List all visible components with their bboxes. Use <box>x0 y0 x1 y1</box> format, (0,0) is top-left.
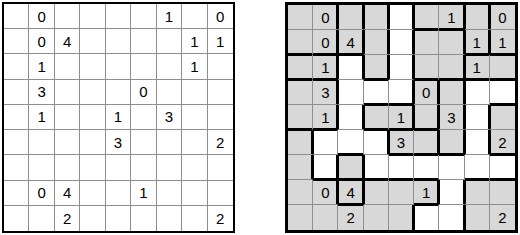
solution-cell-r7c8 <box>465 155 490 180</box>
solution-cell-r7c1 <box>288 155 313 180</box>
clue-number: 1 <box>37 59 45 74</box>
cell-r1c8[interactable] <box>182 4 207 29</box>
cell-r8c2[interactable]: 0 <box>29 181 54 206</box>
solution-cell-r9c1 <box>288 205 313 230</box>
solution-cell-r7c4 <box>364 155 389 180</box>
solution-cell-r6c4 <box>364 130 389 155</box>
solution-cell-r8c8 <box>465 180 490 205</box>
cell-r4c9[interactable] <box>208 80 233 105</box>
solution-cell-r2c5 <box>389 30 414 55</box>
cell-r4c2[interactable]: 3 <box>29 80 54 105</box>
cell-r7c9[interactable] <box>208 155 233 180</box>
cell-r6c3[interactable] <box>55 130 80 155</box>
solution-cell-r4c9 <box>490 80 515 105</box>
clue-number: 1 <box>139 185 147 200</box>
clue-number: 0 <box>321 10 329 25</box>
cell-r4c7[interactable] <box>157 80 182 105</box>
solution-cell-r2c6 <box>414 30 439 55</box>
solution-cell-r2c9: 1 <box>490 30 515 55</box>
cell-r8c8[interactable] <box>182 181 207 206</box>
cell-r5c2[interactable]: 1 <box>29 105 54 130</box>
solution-cell-r4c8 <box>465 80 490 105</box>
solution-cell-r1c4 <box>364 5 389 30</box>
solution-cell-r6c8 <box>465 130 490 155</box>
solution-cell-r8c2: 0 <box>313 180 338 205</box>
cell-r7c1[interactable] <box>4 155 29 180</box>
clue-number: 1 <box>321 60 329 75</box>
clue-number: 1 <box>165 9 173 24</box>
cell-r8c9[interactable] <box>208 181 233 206</box>
cell-r1c3[interactable] <box>55 4 80 29</box>
clue-number: 1 <box>37 109 45 124</box>
solution-cell-r9c8 <box>465 205 490 230</box>
puzzle-diagram: 010041111301133204122 010041111301133204… <box>0 0 520 235</box>
solution-cell-r9c2 <box>313 205 338 230</box>
cell-r9c4[interactable] <box>80 206 105 231</box>
cell-r9c2[interactable] <box>29 206 54 231</box>
cell-r3c5[interactable] <box>106 54 131 79</box>
cell-r9c5[interactable] <box>106 206 131 231</box>
cell-r9c9[interactable]: 2 <box>208 206 233 231</box>
clue-number: 0 <box>216 9 224 24</box>
cell-r5c7[interactable]: 3 <box>157 105 182 130</box>
cell-r7c7[interactable] <box>157 155 182 180</box>
solution-cell-r7c2 <box>313 155 338 180</box>
cell-r7c4[interactable] <box>80 155 105 180</box>
solution-cell-r3c6 <box>414 55 439 80</box>
cell-r3c2[interactable]: 1 <box>29 54 54 79</box>
solution-cell-r3c2: 1 <box>313 55 338 80</box>
cell-r3c9[interactable] <box>208 54 233 79</box>
clue-number: 1 <box>397 110 405 125</box>
cell-r2c5[interactable] <box>106 29 131 54</box>
cell-r1c4[interactable] <box>80 4 105 29</box>
cell-r5c3[interactable] <box>55 105 80 130</box>
cell-r9c7[interactable] <box>157 206 182 231</box>
cell-r9c6[interactable] <box>131 206 156 231</box>
cell-r9c8[interactable] <box>182 206 207 231</box>
clue-number: 4 <box>346 35 354 50</box>
clue-number: 1 <box>190 59 198 74</box>
solution-cell-r1c5 <box>389 5 414 30</box>
cell-r1c1[interactable] <box>4 4 29 29</box>
cell-r1c7[interactable]: 1 <box>157 4 182 29</box>
solution-cell-r8c3: 4 <box>338 180 363 205</box>
solution-cell-r9c5 <box>389 205 414 230</box>
solution-cell-r6c5: 3 <box>389 130 414 155</box>
solution-cell-r1c6 <box>414 5 439 30</box>
clue-number: 3 <box>165 109 173 124</box>
solution-cell-r1c8 <box>465 5 490 30</box>
cell-r8c3[interactable]: 4 <box>55 181 80 206</box>
cell-r6c7[interactable] <box>157 130 182 155</box>
solution-cell-r2c4 <box>364 30 389 55</box>
solution-cell-r8c1 <box>288 180 313 205</box>
solution-cell-r7c6 <box>414 155 439 180</box>
cell-r6c8[interactable] <box>182 130 207 155</box>
cell-r1c5[interactable] <box>106 4 131 29</box>
cell-r3c3[interactable] <box>55 54 80 79</box>
clue-number: 4 <box>63 34 71 49</box>
clue-number: 0 <box>37 34 45 49</box>
clue-number: 3 <box>37 84 45 99</box>
cell-r3c8[interactable]: 1 <box>182 54 207 79</box>
cell-r5c6[interactable] <box>131 105 156 130</box>
clue-number: 2 <box>498 210 506 225</box>
cell-r5c8[interactable] <box>182 105 207 130</box>
cell-r6c2[interactable] <box>29 130 54 155</box>
cell-r7c3[interactable] <box>55 155 80 180</box>
clue-number: 1 <box>472 35 480 50</box>
cell-r1c2[interactable]: 0 <box>29 4 54 29</box>
solution-cell-r8c7 <box>439 180 464 205</box>
solution-cell-r3c9 <box>490 55 515 80</box>
cell-r4c4[interactable] <box>80 80 105 105</box>
solution-cell-r5c6 <box>414 105 439 130</box>
clue-number: 4 <box>63 185 71 200</box>
cell-r7c2[interactable] <box>29 155 54 180</box>
cell-r2c4[interactable] <box>80 29 105 54</box>
solution-cell-r6c1 <box>288 130 313 155</box>
solution-cell-r5c1 <box>288 105 313 130</box>
cell-r4c8[interactable] <box>182 80 207 105</box>
cell-r4c6[interactable]: 0 <box>131 80 156 105</box>
solution-cell-r9c4 <box>364 205 389 230</box>
solution-cell-r7c3 <box>338 155 363 180</box>
cell-r6c4[interactable] <box>80 130 105 155</box>
solution-cell-r2c3: 4 <box>338 30 363 55</box>
solution-cell-r3c1 <box>288 55 313 80</box>
cell-r7c8[interactable] <box>182 155 207 180</box>
solution-cell-r5c5: 1 <box>389 105 414 130</box>
clue-number: 2 <box>216 135 224 150</box>
solution-cell-r4c3 <box>338 80 363 105</box>
cell-r8c7[interactable] <box>157 181 182 206</box>
cell-r2c6[interactable] <box>131 29 156 54</box>
clue-number: 1 <box>498 35 506 50</box>
cell-r2c2[interactable]: 0 <box>29 29 54 54</box>
cell-r6c1[interactable] <box>4 130 29 155</box>
cell-r2c9[interactable]: 1 <box>208 29 233 54</box>
cell-r3c4[interactable] <box>80 54 105 79</box>
clue-number: 1 <box>216 34 224 49</box>
cell-r2c7[interactable] <box>157 29 182 54</box>
clue-number: 0 <box>422 85 430 100</box>
solution-cell-r1c9: 0 <box>490 5 515 30</box>
solution-cell-r6c2 <box>313 130 338 155</box>
solution-cell-r3c5 <box>389 55 414 80</box>
cell-r7c5[interactable] <box>106 155 131 180</box>
solution-cell-r5c8 <box>465 105 490 130</box>
cell-r6c5[interactable]: 3 <box>106 130 131 155</box>
solution-cell-r8c6: 1 <box>414 180 439 205</box>
cell-r3c1[interactable] <box>4 54 29 79</box>
solution-cell-r8c5 <box>389 180 414 205</box>
cell-r2c3[interactable]: 4 <box>55 29 80 54</box>
solution-cell-r5c7: 3 <box>439 105 464 130</box>
solution-cell-r5c9 <box>490 105 515 130</box>
cell-r1c9[interactable]: 0 <box>208 4 233 29</box>
clue-number: 2 <box>216 211 224 226</box>
cell-r3c6[interactable] <box>131 54 156 79</box>
clue-number: 1 <box>114 109 122 124</box>
cell-r2c8[interactable]: 1 <box>182 29 207 54</box>
cell-r4c1[interactable] <box>4 80 29 105</box>
solution-cell-r2c8: 1 <box>465 30 490 55</box>
cell-r8c5[interactable] <box>106 181 131 206</box>
solution-cell-r9c9: 2 <box>490 205 515 230</box>
cell-r9c3[interactable]: 2 <box>55 206 80 231</box>
solution-cell-r5c4 <box>364 105 389 130</box>
cell-r6c6[interactable] <box>131 130 156 155</box>
clue-number: 4 <box>346 185 354 200</box>
solution-cell-r7c7 <box>439 155 464 180</box>
solution-cell-r1c2: 0 <box>313 5 338 30</box>
solution-cell-r7c5 <box>389 155 414 180</box>
solution-cell-r2c1 <box>288 30 313 55</box>
solution-cell-r4c4 <box>364 80 389 105</box>
solution-cell-r4c1 <box>288 80 313 105</box>
solution-cell-r3c4 <box>364 55 389 80</box>
clue-number: 3 <box>321 85 329 100</box>
cell-r4c3[interactable] <box>55 80 80 105</box>
solution-cell-r3c8: 1 <box>465 55 490 80</box>
solution-cell-r5c3 <box>338 105 363 130</box>
cell-r8c4[interactable] <box>80 181 105 206</box>
clue-number: 0 <box>498 10 506 25</box>
solution-cell-r1c7: 1 <box>439 5 464 30</box>
solution-cell-r4c7 <box>439 80 464 105</box>
clue-number: 3 <box>114 135 122 150</box>
cell-r3c7[interactable] <box>157 54 182 79</box>
solution-cell-r6c9: 2 <box>490 130 515 155</box>
solution-cell-r5c2: 1 <box>313 105 338 130</box>
clue-number: 0 <box>139 84 147 99</box>
clue-number: 0 <box>37 9 45 24</box>
solution-cell-r8c4 <box>364 180 389 205</box>
cell-r5c5[interactable]: 1 <box>106 105 131 130</box>
clue-number: 1 <box>447 10 455 25</box>
solution-cell-r4c5 <box>389 80 414 105</box>
solution-cell-r4c6: 0 <box>414 80 439 105</box>
clue-number: 2 <box>63 211 71 226</box>
clue-number: 3 <box>397 135 405 150</box>
cell-r6c9[interactable]: 2 <box>208 130 233 155</box>
clue-number: 2 <box>346 210 354 225</box>
solution-cell-r8c9 <box>490 180 515 205</box>
solution-cell-r9c6 <box>414 205 439 230</box>
solution-cell-r9c3: 2 <box>338 205 363 230</box>
solution-cell-r2c7 <box>439 30 464 55</box>
cell-r5c1[interactable] <box>4 105 29 130</box>
clue-number: 1 <box>190 34 198 49</box>
solution-cell-r1c3 <box>338 5 363 30</box>
clue-number: 3 <box>447 110 455 125</box>
cell-r4c5[interactable] <box>106 80 131 105</box>
cell-r1c6[interactable] <box>131 4 156 29</box>
cell-r9c1[interactable] <box>4 206 29 231</box>
cell-r8c6[interactable]: 1 <box>131 181 156 206</box>
problem-board: 010041111301133204122 <box>2 2 235 233</box>
cell-r2c1[interactable] <box>4 29 29 54</box>
clue-number: 0 <box>37 185 45 200</box>
cell-r5c4[interactable] <box>80 105 105 130</box>
clue-number: 0 <box>321 35 329 50</box>
solution-cell-r9c7 <box>439 205 464 230</box>
solution-cell-r6c7 <box>439 130 464 155</box>
cell-r8c1[interactable] <box>4 181 29 206</box>
clue-number: 2 <box>498 135 506 150</box>
clue-number: 0 <box>321 185 329 200</box>
solution-cell-r6c6 <box>414 130 439 155</box>
solution-cell-r2c2: 0 <box>313 30 338 55</box>
solution-cell-r4c2: 3 <box>313 80 338 105</box>
solution-cell-r1c1 <box>288 5 313 30</box>
clue-number: 1 <box>321 110 329 125</box>
solution-board: 010041111301133204122 <box>285 2 518 233</box>
cell-r5c9[interactable] <box>208 105 233 130</box>
solution-cell-r3c3 <box>338 55 363 80</box>
solution-cell-r7c9 <box>490 155 515 180</box>
clue-number: 1 <box>422 185 430 200</box>
solution-cell-r6c3 <box>338 130 363 155</box>
clue-number: 1 <box>472 60 480 75</box>
cell-r7c6[interactable] <box>131 155 156 180</box>
solution-cell-r3c7 <box>439 55 464 80</box>
